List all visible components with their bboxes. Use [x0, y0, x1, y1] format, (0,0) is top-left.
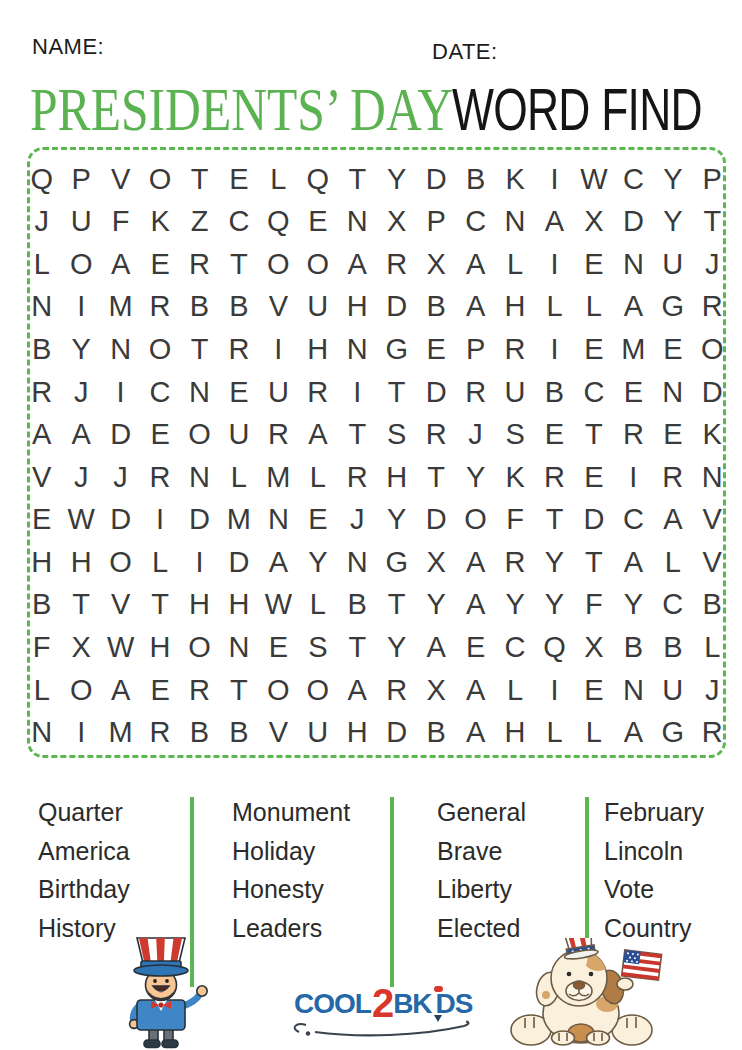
cell-r13c13[interactable]: L [495, 669, 534, 712]
cell-r9c7[interactable]: N [259, 499, 298, 542]
cell-r12c14[interactable]: Q [535, 626, 574, 669]
cell-r7c4[interactable]: E [140, 413, 179, 456]
cell-r9c3[interactable]: D [101, 499, 140, 542]
cell-r2c17[interactable]: Y [653, 201, 692, 244]
cell-r5c18[interactable]: O [693, 328, 732, 371]
cell-r8c10[interactable]: H [377, 456, 416, 499]
cell-r3c10[interactable]: R [377, 243, 416, 286]
cell-r10c17[interactable]: L [653, 541, 692, 584]
cell-r2c16[interactable]: D [614, 201, 653, 244]
cell-r2c11[interactable]: P [416, 201, 455, 244]
cell-r6c4[interactable]: C [140, 371, 179, 414]
cell-r4c11[interactable]: B [416, 286, 455, 329]
cell-r11c13[interactable]: Y [495, 584, 534, 627]
cell-r2c2[interactable]: U [61, 201, 100, 244]
cell-r13c3[interactable]: A [101, 669, 140, 712]
cell-r4c8[interactable]: U [298, 286, 337, 329]
cell-r8c7[interactable]: M [259, 456, 298, 499]
cell-r8c17[interactable]: R [653, 456, 692, 499]
cell-r1c13[interactable]: K [495, 158, 534, 201]
cell-r11c8[interactable]: L [298, 584, 337, 627]
cell-r13c2[interactable]: O [61, 669, 100, 712]
cell-r12c2[interactable]: X [61, 626, 100, 669]
cell-r2c18[interactable]: T [693, 201, 732, 244]
cell-r10c15[interactable]: T [574, 541, 613, 584]
cell-r7c2[interactable]: A [61, 413, 100, 456]
cell-r11c4[interactable]: T [140, 584, 179, 627]
cell-r3c5[interactable]: R [180, 243, 219, 286]
cell-r10c4[interactable]: L [140, 541, 179, 584]
cell-r14c10[interactable]: D [377, 711, 416, 754]
cell-r14c17[interactable]: G [653, 711, 692, 754]
cell-r2c4[interactable]: K [140, 201, 179, 244]
cell-r3c14[interactable]: I [535, 243, 574, 286]
cell-r6c15[interactable]: C [574, 371, 613, 414]
cell-r7c7[interactable]: R [259, 413, 298, 456]
cell-r3c4[interactable]: E [140, 243, 179, 286]
cell-r1c1[interactable]: Q [22, 158, 61, 201]
cell-r14c4[interactable]: R [140, 711, 179, 754]
cell-r5c5[interactable]: T [180, 328, 219, 371]
cell-r2c5[interactable]: Z [180, 201, 219, 244]
cell-r12c17[interactable]: B [653, 626, 692, 669]
word-february: February [604, 793, 704, 832]
cell-r10c1[interactable]: H [22, 541, 61, 584]
cell-r11c11[interactable]: Y [416, 584, 455, 627]
cell-r11c15[interactable]: F [574, 584, 613, 627]
date-label: DATE: [432, 39, 498, 65]
cell-r13c11[interactable]: X [416, 669, 455, 712]
cell-r12c10[interactable]: Y [377, 626, 416, 669]
logo-two: 2 [372, 981, 393, 1026]
cell-r9c17[interactable]: A [653, 499, 692, 542]
word-leaders: Leaders [232, 909, 350, 948]
cell-r7c5[interactable]: O [180, 413, 219, 456]
cell-r3c6[interactable]: T [219, 243, 258, 286]
cell-r6c17[interactable]: N [653, 371, 692, 414]
cell-r1c15[interactable]: W [574, 158, 613, 201]
cell-r7c12[interactable]: J [456, 413, 495, 456]
word-list-column-3: GeneralBraveLibertyElected [437, 793, 526, 947]
word-general: General [437, 793, 526, 832]
cell-r7c15[interactable]: T [574, 413, 613, 456]
cell-r11c1[interactable]: B [22, 584, 61, 627]
cell-r1c14[interactable]: I [535, 158, 574, 201]
cell-r10c5[interactable]: I [180, 541, 219, 584]
cell-r1c4[interactable]: O [140, 158, 179, 201]
cell-r13c14[interactable]: I [535, 669, 574, 712]
cell-r3c12[interactable]: A [456, 243, 495, 286]
cell-r5c14[interactable]: I [535, 328, 574, 371]
cell-r7c10[interactable]: S [377, 413, 416, 456]
cell-r5c8[interactable]: H [298, 328, 337, 371]
cell-r8c12[interactable]: Y [456, 456, 495, 499]
cell-r3c3[interactable]: A [101, 243, 140, 286]
word-list-column-1: QuarterAmericaBirthdayHistory [38, 793, 130, 947]
cell-r5c2[interactable]: Y [61, 328, 100, 371]
cell-r8c9[interactable]: R [338, 456, 377, 499]
cell-r9c15[interactable]: D [574, 499, 613, 542]
cell-r11c12[interactable]: A [456, 584, 495, 627]
cell-r4c1[interactable]: N [22, 286, 61, 329]
cell-r8c3[interactable]: J [101, 456, 140, 499]
cell-r13c12[interactable]: A [456, 669, 495, 712]
cell-r14c12[interactable]: A [456, 711, 495, 754]
cell-r6c11[interactable]: D [416, 371, 455, 414]
cell-r6c1[interactable]: R [22, 371, 61, 414]
cell-r13c15[interactable]: E [574, 669, 613, 712]
cell-r1c8[interactable]: Q [298, 158, 337, 201]
cell-r1c16[interactable]: C [614, 158, 653, 201]
cell-r14c11[interactable]: B [416, 711, 455, 754]
cell-r10c18[interactable]: V [693, 541, 732, 584]
cell-r14c13[interactable]: H [495, 711, 534, 754]
word-brave: Brave [437, 832, 526, 871]
cell-r10c14[interactable]: Y [535, 541, 574, 584]
cell-r13c17[interactable]: U [653, 669, 692, 712]
cell-r14c2[interactable]: I [61, 711, 100, 754]
logo-text: COOL2BKDS [294, 986, 470, 1022]
uncle-sam-character [101, 936, 233, 1050]
cell-r8c5[interactable]: N [180, 456, 219, 499]
cell-r1c11[interactable]: D [416, 158, 455, 201]
cell-r8c8[interactable]: L [298, 456, 337, 499]
cell-r5c1[interactable]: B [22, 328, 61, 371]
word-quarter: Quarter [38, 793, 130, 832]
cell-r4c17[interactable]: G [653, 286, 692, 329]
cell-r3c2[interactable]: O [61, 243, 100, 286]
cell-r5c12[interactable]: P [456, 328, 495, 371]
cell-r4c10[interactable]: D [377, 286, 416, 329]
cell-r4c6[interactable]: B [219, 286, 258, 329]
title-presidents-day: PRESIDENTS’ DAY [30, 78, 453, 140]
cell-r11c7[interactable]: W [259, 584, 298, 627]
cell-r3c8[interactable]: O [298, 243, 337, 286]
cell-r4c4[interactable]: R [140, 286, 179, 329]
cell-r13c8[interactable]: O [298, 669, 337, 712]
cell-r6c6[interactable]: E [219, 371, 258, 414]
cell-r14c5[interactable]: B [180, 711, 219, 754]
cell-r4c18[interactable]: R [693, 286, 732, 329]
us-flag-icon [622, 950, 662, 980]
cell-r13c6[interactable]: T [219, 669, 258, 712]
cell-r2c3[interactable]: F [101, 201, 140, 244]
cell-r12c9[interactable]: T [338, 626, 377, 669]
cell-r2c7[interactable]: Q [259, 201, 298, 244]
cell-r2c8[interactable]: E [298, 201, 337, 244]
cell-r10c8[interactable]: Y [298, 541, 337, 584]
cell-r6c10[interactable]: T [377, 371, 416, 414]
cell-r2c12[interactable]: C [456, 201, 495, 244]
cell-r11c9[interactable]: B [338, 584, 377, 627]
cell-r5c15[interactable]: E [574, 328, 613, 371]
cell-r9c11[interactable]: D [416, 499, 455, 542]
cell-r2c14[interactable]: A [535, 201, 574, 244]
cell-r5c13[interactable]: R [495, 328, 534, 371]
cell-r6c16[interactable]: E [614, 371, 653, 414]
cell-r2c6[interactable]: C [219, 201, 258, 244]
cell-r1c6[interactable]: E [219, 158, 258, 201]
cell-r6c18[interactable]: D [693, 371, 732, 414]
cell-r11c5[interactable]: H [180, 584, 219, 627]
cell-r8c18[interactable]: N [693, 456, 732, 499]
cell-r6c7[interactable]: U [259, 371, 298, 414]
cell-r14c1[interactable]: N [22, 711, 61, 754]
cell-r14c9[interactable]: H [338, 711, 377, 754]
cell-r5c11[interactable]: E [416, 328, 455, 371]
cell-r10c2[interactable]: H [61, 541, 100, 584]
cell-r4c2[interactable]: I [61, 286, 100, 329]
cell-r14c15[interactable]: L [574, 711, 613, 754]
word-list-column-4: FebruaryLincolnVoteCountry [604, 793, 704, 947]
cell-r7c13[interactable]: S [495, 413, 534, 456]
word-vote: Vote [604, 870, 704, 909]
cell-r2c10[interactable]: X [377, 201, 416, 244]
cell-r9c6[interactable]: M [219, 499, 258, 542]
cell-r9c1[interactable]: E [22, 499, 61, 542]
cell-r12c6[interactable]: N [219, 626, 258, 669]
cell-r11c18[interactable]: B [693, 584, 732, 627]
worksheet-page: NAME: DATE: PRESIDENTS’ DAY WORD FIND QP… [0, 0, 742, 1050]
cell-r13c1[interactable]: L [22, 669, 61, 712]
cell-r6c2[interactable]: J [61, 371, 100, 414]
cell-r3c17[interactable]: U [653, 243, 692, 286]
cell-r2c13[interactable]: N [495, 201, 534, 244]
word-liberty: Liberty [437, 870, 526, 909]
word-honesty: Honesty [232, 870, 350, 909]
cell-r5c17[interactable]: E [653, 328, 692, 371]
word-monument: Monument [232, 793, 350, 832]
cell-r12c8[interactable]: S [298, 626, 337, 669]
cell-r11c10[interactable]: T [377, 584, 416, 627]
cell-r12c12[interactable]: E [456, 626, 495, 669]
cell-r1c18[interactable]: P [693, 158, 732, 201]
cell-r2c15[interactable]: X [574, 201, 613, 244]
cell-r12c16[interactable]: B [614, 626, 653, 669]
cell-r11c16[interactable]: Y [614, 584, 653, 627]
cell-r9c8[interactable]: E [298, 499, 337, 542]
cell-r3c1[interactable]: L [22, 243, 61, 286]
cell-r7c6[interactable]: U [219, 413, 258, 456]
hat-stripes [139, 938, 182, 963]
cell-r7c9[interactable]: T [338, 413, 377, 456]
cell-r11c14[interactable]: Y [535, 584, 574, 627]
cell-r9c2[interactable]: W [61, 499, 100, 542]
cell-r9c14[interactable]: T [535, 499, 574, 542]
cell-r8c2[interactable]: J [61, 456, 100, 499]
cell-r7c3[interactable]: D [101, 413, 140, 456]
cell-r2c9[interactable]: N [338, 201, 377, 244]
cell-r9c10[interactable]: Y [377, 499, 416, 542]
cell-r10c9[interactable]: N [338, 541, 377, 584]
cell-r4c13[interactable]: H [495, 286, 534, 329]
cell-r6c14[interactable]: B [535, 371, 574, 414]
word-holiday: Holiday [232, 832, 350, 871]
cell-r3c16[interactable]: N [614, 243, 653, 286]
cell-r13c18[interactable]: J [693, 669, 732, 712]
cell-r4c14[interactable]: L [535, 286, 574, 329]
cell-r4c3[interactable]: M [101, 286, 140, 329]
word-list-column-2: MonumentHolidayHonestyLeaders [232, 793, 350, 947]
cell-r1c7[interactable]: L [259, 158, 298, 201]
cell-r13c7[interactable]: O [259, 669, 298, 712]
cell-r9c5[interactable]: D [180, 499, 219, 542]
cell-r10c12[interactable]: A [456, 541, 495, 584]
cell-r12c11[interactable]: A [416, 626, 455, 669]
letter-grid: QPVOTELQTYDBKIWCYPJUFKZCQENXPCNAXDYTLOAE… [22, 158, 732, 754]
cell-r7c14[interactable]: E [535, 413, 574, 456]
cell-r13c10[interactable]: R [377, 669, 416, 712]
cell-r3c18[interactable]: J [693, 243, 732, 286]
cell-r5c4[interactable]: O [140, 328, 179, 371]
cell-r4c16[interactable]: A [614, 286, 653, 329]
cell-r5c10[interactable]: G [377, 328, 416, 371]
cell-r9c12[interactable]: O [456, 499, 495, 542]
cell-r14c14[interactable]: L [535, 711, 574, 754]
cell-r11c6[interactable]: H [219, 584, 258, 627]
cell-r14c8[interactable]: U [298, 711, 337, 754]
cell-r4c9[interactable]: H [338, 286, 377, 329]
cell-r5c9[interactable]: N [338, 328, 377, 371]
cell-r11c2[interactable]: T [61, 584, 100, 627]
cell-r6c3[interactable]: I [101, 371, 140, 414]
cell-r3c15[interactable]: E [574, 243, 613, 286]
cell-r7c8[interactable]: A [298, 413, 337, 456]
cell-r5c6[interactable]: R [219, 328, 258, 371]
cell-r10c13[interactable]: R [495, 541, 534, 584]
cell-r10c6[interactable]: D [219, 541, 258, 584]
cell-r1c17[interactable]: Y [653, 158, 692, 201]
cell-r6c13[interactable]: U [495, 371, 534, 414]
cell-r12c5[interactable]: O [180, 626, 219, 669]
cell-r3c7[interactable]: O [259, 243, 298, 286]
cell-r4c15[interactable]: L [574, 286, 613, 329]
cell-r1c12[interactable]: B [456, 158, 495, 201]
cell-r6c8[interactable]: R [298, 371, 337, 414]
logo-bk: BK [393, 988, 431, 1020]
cell-r7c1[interactable]: A [22, 413, 61, 456]
cell-r7c11[interactable]: R [416, 413, 455, 456]
name-label: NAME: [32, 34, 104, 60]
cell-r12c3[interactable]: W [101, 626, 140, 669]
cell-r13c5[interactable]: R [180, 669, 219, 712]
cell-r9c16[interactable]: C [614, 499, 653, 542]
cell-r2c1[interactable]: J [22, 201, 61, 244]
cell-r14c7[interactable]: V [259, 711, 298, 754]
header-dashed-divider [30, 70, 714, 74]
logo-swoosh-underline [288, 1020, 476, 1040]
title-word-find: WORD FIND [452, 80, 702, 140]
cell-r14c3[interactable]: M [101, 711, 140, 754]
cell-r4c5[interactable]: B [180, 286, 219, 329]
word-birthday: Birthday [38, 870, 130, 909]
cell-r4c12[interactable]: A [456, 286, 495, 329]
cell-r11c17[interactable]: C [653, 584, 692, 627]
cell-r1c3[interactable]: V [101, 158, 140, 201]
cell-r10c11[interactable]: X [416, 541, 455, 584]
cell-r8c16[interactable]: I [614, 456, 653, 499]
cell-r14c16[interactable]: A [614, 711, 653, 754]
cell-r10c16[interactable]: A [614, 541, 653, 584]
cell-r13c9[interactable]: A [338, 669, 377, 712]
cell-r14c18[interactable]: R [693, 711, 732, 754]
cell-r8c1[interactable]: V [22, 456, 61, 499]
cell-r9c18[interactable]: V [693, 499, 732, 542]
cool2bkids-logo: COOL2BKDS [294, 986, 470, 1036]
cell-r8c4[interactable]: R [140, 456, 179, 499]
cell-r11c3[interactable]: V [101, 584, 140, 627]
cell-r1c10[interactable]: Y [377, 158, 416, 201]
cell-r12c1[interactable]: F [22, 626, 61, 669]
cell-r13c4[interactable]: E [140, 669, 179, 712]
cell-r1c2[interactable]: P [61, 158, 100, 201]
word-lincoln: Lincoln [604, 832, 704, 871]
cell-r1c9[interactable]: T [338, 158, 377, 201]
cell-r12c18[interactable]: L [693, 626, 732, 669]
cell-r8c6[interactable]: L [219, 456, 258, 499]
cell-r5c7[interactable]: I [259, 328, 298, 371]
cell-r10c3[interactable]: O [101, 541, 140, 584]
cell-r10c7[interactable]: A [259, 541, 298, 584]
cell-r7c16[interactable]: R [614, 413, 653, 456]
puppy-figure [511, 938, 662, 1045]
cell-r5c3[interactable]: N [101, 328, 140, 371]
uncle-sam-figure [130, 938, 208, 1048]
cell-r12c13[interactable]: C [495, 626, 534, 669]
cell-r12c15[interactable]: X [574, 626, 613, 669]
cell-r8c15[interactable]: E [574, 456, 613, 499]
cell-r7c17[interactable]: E [653, 413, 692, 456]
cell-r9c13[interactable]: F [495, 499, 534, 542]
cell-r1c5[interactable]: T [180, 158, 219, 201]
cell-r10c10[interactable]: G [377, 541, 416, 584]
cell-r8c13[interactable]: K [495, 456, 534, 499]
cell-r9c4[interactable]: I [140, 499, 179, 542]
cell-r6c12[interactable]: R [456, 371, 495, 414]
cell-r3c9[interactable]: A [338, 243, 377, 286]
cell-r12c4[interactable]: H [140, 626, 179, 669]
patriotic-puppy-character [501, 938, 663, 1050]
cell-r3c13[interactable]: L [495, 243, 534, 286]
cell-r8c11[interactable]: T [416, 456, 455, 499]
cell-r5c16[interactable]: M [614, 328, 653, 371]
word-america: America [38, 832, 130, 871]
cell-r7c18[interactable]: K [693, 413, 732, 456]
cell-r13c16[interactable]: N [614, 669, 653, 712]
cell-r12c7[interactable]: E [259, 626, 298, 669]
logo-cool: COOL [294, 988, 371, 1020]
cell-r14c6[interactable]: B [219, 711, 258, 754]
cell-r8c14[interactable]: R [535, 456, 574, 499]
word-list-divider-2 [390, 797, 394, 987]
cell-r9c9[interactable]: J [338, 499, 377, 542]
cell-r6c5[interactable]: N [180, 371, 219, 414]
cell-r4c7[interactable]: V [259, 286, 298, 329]
cell-r3c11[interactable]: X [416, 243, 455, 286]
cell-r6c9[interactable]: I [338, 371, 377, 414]
